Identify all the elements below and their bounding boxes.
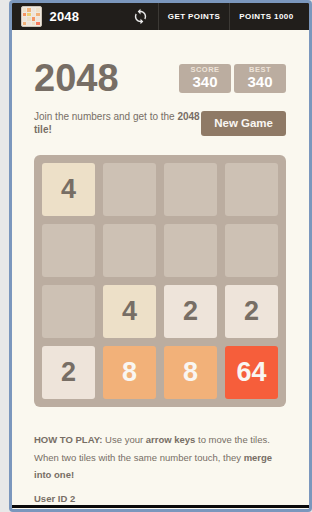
score-panel: SCORE 340 BEST 340 [179,64,286,93]
app-icon-2048 [21,6,42,27]
cell-empty [103,224,156,277]
intro-text: Join the numbers and get to the 2048 til… [34,110,201,136]
action-bar: 2048 GET POINTS POINTS 1000 [12,3,309,30]
app-window: 2048 GET POINTS POINTS 1000 2048 SCORE 3… [9,0,312,512]
score-box: SCORE 340 [179,64,231,93]
tile-4: 4 [103,285,156,338]
header-row: 2048 SCORE 340 BEST 340 [34,59,286,97]
tile-64: 64 [225,346,278,399]
tile-8: 8 [103,346,156,399]
points-balance-button[interactable]: POINTS 1000 [230,3,302,30]
best-value: 340 [247,74,272,91]
intro-row: Join the numbers and get to the 2048 til… [34,110,286,136]
refresh-icon [132,8,149,25]
game-title: 2048 [34,59,119,97]
cell-empty [103,163,156,216]
best-box: BEST 340 [234,64,286,93]
tile-2: 2 [225,285,278,338]
how-to-play: HOW TO PLAY: Use your arrow keys to move… [34,431,286,484]
new-game-button[interactable]: New Game [201,111,286,136]
tile-4: 4 [42,163,95,216]
cell-empty [42,285,95,338]
tile-2: 2 [42,346,95,399]
board[interactable]: 442228864 [34,155,286,407]
refresh-button[interactable] [124,3,158,30]
cell-empty [164,163,217,216]
cell-empty [42,224,95,277]
score-value: 340 [192,74,217,91]
tile-2: 2 [164,285,217,338]
tile-8: 8 [164,346,217,399]
cell-empty [164,224,217,277]
get-points-button[interactable]: GET POINTS [159,3,229,30]
app-title: 2048 [50,9,124,24]
cell-empty [225,163,278,216]
cell-empty [225,224,278,277]
bottom-bar [12,505,309,508]
user-id: User ID 2 [34,493,286,504]
